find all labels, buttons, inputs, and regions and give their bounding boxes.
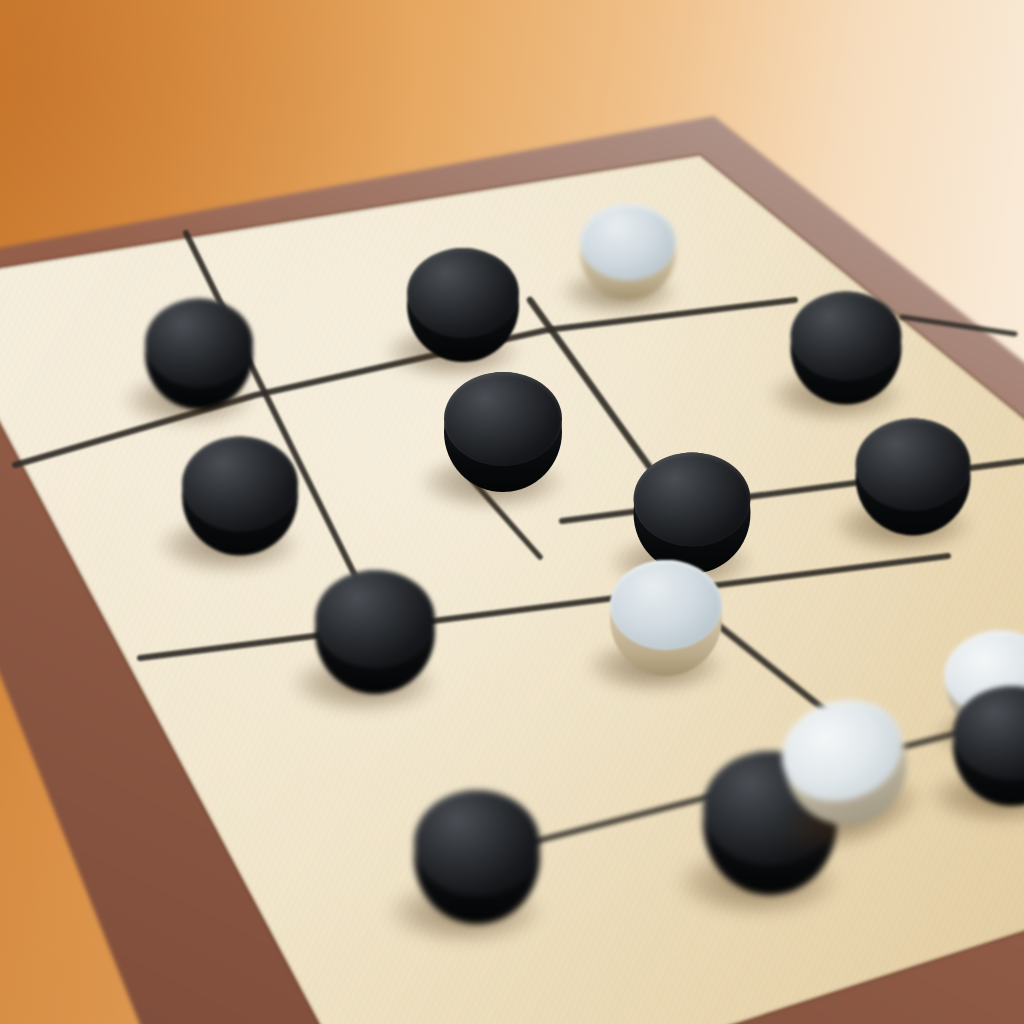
board-photo-svg [0,0,1024,1024]
board-photo-scene [0,0,1024,1024]
